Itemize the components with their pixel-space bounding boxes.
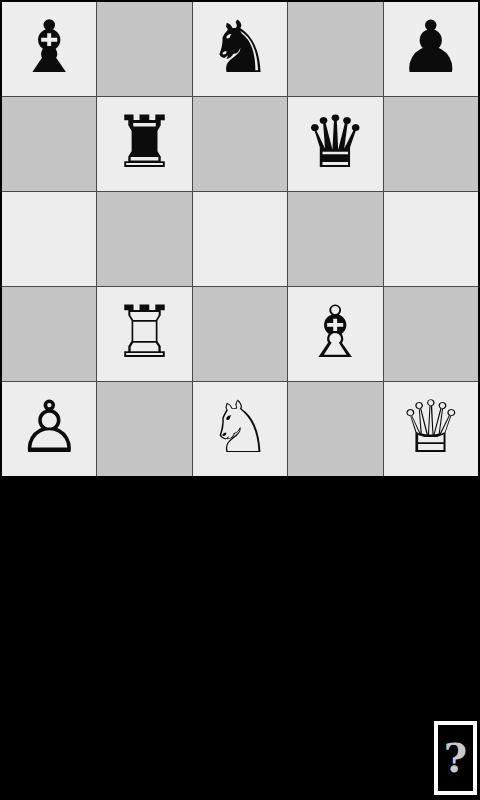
square-r2c4[interactable]: ♛ bbox=[288, 97, 382, 191]
square-r4c3[interactable] bbox=[193, 287, 287, 381]
square-r5c3[interactable]: ♘ bbox=[193, 382, 287, 476]
square-r3c3[interactable] bbox=[193, 192, 287, 286]
square-r4c5[interactable] bbox=[384, 287, 478, 381]
square-r1c3[interactable]: ♞ bbox=[193, 2, 287, 96]
square-r5c1[interactable]: ♙ bbox=[2, 382, 96, 476]
square-r2c2[interactable]: ♜ bbox=[97, 97, 191, 191]
black-pawn: ♟ bbox=[399, 11, 464, 83]
square-r3c5[interactable] bbox=[384, 192, 478, 286]
white-knight: ♘ bbox=[208, 391, 273, 463]
chess-board: ♝♞♟♜♛♖♗♙♘♕ bbox=[2, 2, 478, 476]
black-rook: ♜ bbox=[112, 106, 177, 178]
square-r2c5[interactable] bbox=[384, 97, 478, 191]
square-r1c1[interactable]: ♝ bbox=[2, 2, 96, 96]
help-button[interactable]: ? bbox=[434, 721, 477, 795]
black-bishop: ♝ bbox=[17, 11, 82, 83]
square-r1c4[interactable] bbox=[288, 2, 382, 96]
square-r3c2[interactable] bbox=[97, 192, 191, 286]
square-r2c3[interactable] bbox=[193, 97, 287, 191]
square-r3c1[interactable] bbox=[2, 192, 96, 286]
square-r3c4[interactable] bbox=[288, 192, 382, 286]
chess-board-frame: ♝♞♟♜♛♖♗♙♘♕ bbox=[0, 0, 480, 478]
square-r1c2[interactable] bbox=[97, 2, 191, 96]
square-r4c2[interactable]: ♖ bbox=[97, 287, 191, 381]
white-rook: ♖ bbox=[112, 296, 177, 368]
square-r4c4[interactable]: ♗ bbox=[288, 287, 382, 381]
square-r2c1[interactable] bbox=[2, 97, 96, 191]
white-queen: ♕ bbox=[399, 391, 464, 463]
square-r5c2[interactable] bbox=[97, 382, 191, 476]
square-r5c5[interactable]: ♕ bbox=[384, 382, 478, 476]
white-pawn: ♙ bbox=[17, 391, 82, 463]
square-r1c5[interactable]: ♟ bbox=[384, 2, 478, 96]
black-queen: ♛ bbox=[303, 106, 368, 178]
black-knight: ♞ bbox=[208, 11, 273, 83]
question-mark-icon: ? bbox=[444, 738, 467, 778]
square-r4c1[interactable] bbox=[2, 287, 96, 381]
app-screen: ♝♞♟♜♛♖♗♙♘♕ ? bbox=[0, 0, 480, 800]
square-r5c4[interactable] bbox=[288, 382, 382, 476]
white-bishop: ♗ bbox=[303, 296, 368, 368]
